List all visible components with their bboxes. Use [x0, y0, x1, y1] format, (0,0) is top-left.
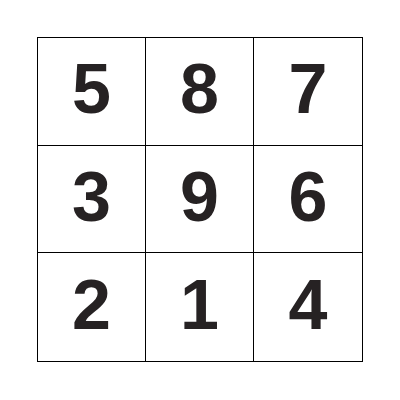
cell-digit: 8	[180, 54, 219, 128]
cell-digit: 5	[72, 54, 111, 128]
cell-r1c2[interactable]: 8	[146, 38, 254, 146]
cell-digit: 2	[72, 270, 111, 344]
cell-r1c1[interactable]: 5	[38, 38, 146, 146]
cell-r3c2[interactable]: 1	[146, 253, 254, 361]
cell-r2c1[interactable]: 3	[38, 146, 146, 254]
cell-r2c2[interactable]: 9	[146, 146, 254, 254]
cell-digit: 9	[180, 162, 219, 236]
cell-digit: 6	[289, 162, 328, 236]
number-grid-board: 5 8 7 3 9 6 2 1 4	[37, 37, 363, 362]
cell-digit: 1	[180, 270, 219, 344]
cell-r1c3[interactable]: 7	[254, 38, 362, 146]
cell-digit: 4	[289, 270, 328, 344]
cell-r3c1[interactable]: 2	[38, 253, 146, 361]
cell-digit: 7	[289, 54, 328, 128]
cell-digit: 3	[72, 162, 111, 236]
cell-r3c3[interactable]: 4	[254, 253, 362, 361]
cell-r2c3[interactable]: 6	[254, 146, 362, 254]
